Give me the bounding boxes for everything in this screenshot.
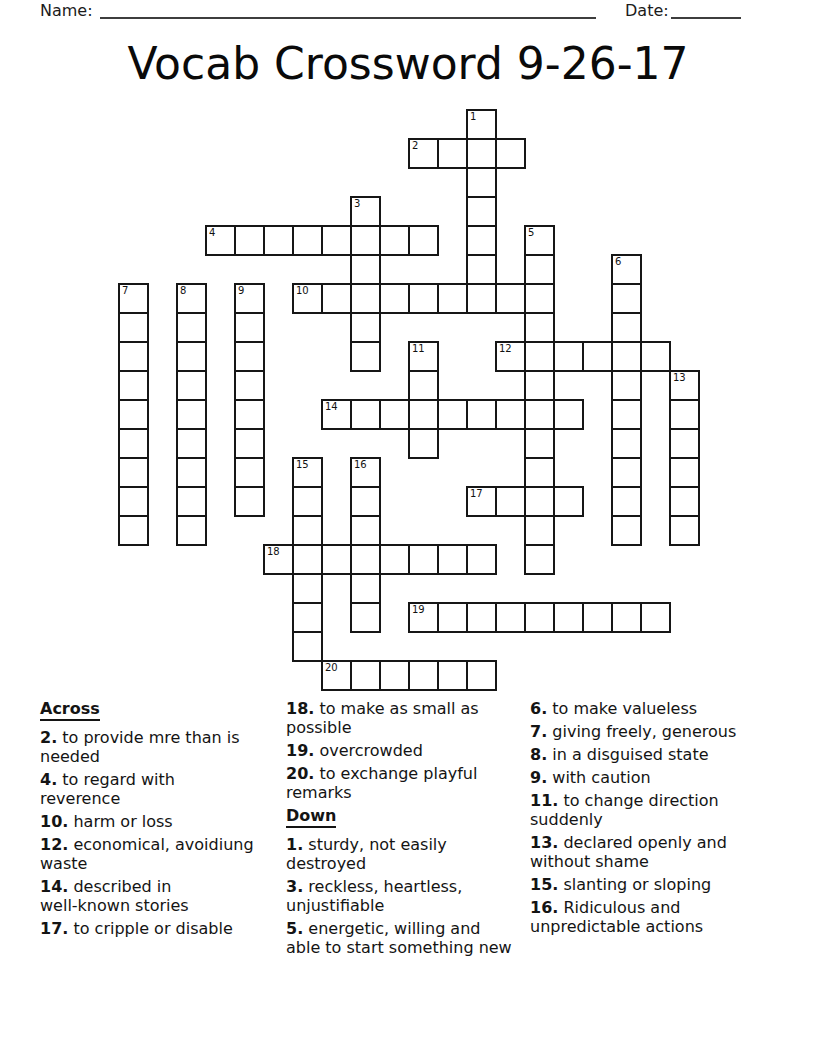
grid-cell-r17c17[interactable] (611, 602, 642, 633)
clue-number: 7. (530, 722, 547, 741)
grid-cell-r10c13[interactable] (495, 399, 526, 430)
clue-down-9: 9. with caution (530, 768, 770, 787)
grid-cell-r15c14[interactable] (524, 544, 555, 575)
grid-cell-r9c10[interactable] (408, 370, 439, 401)
cell-number: 18 (267, 546, 280, 557)
cell-number: 1 (470, 111, 476, 122)
grid-cell-r13c15[interactable] (553, 486, 584, 517)
grid-cell-r17c16[interactable] (582, 602, 613, 633)
grid-cell-r3c12[interactable] (466, 196, 497, 227)
clue-column-3: 6. to make valueless7. giving freely, ge… (530, 699, 770, 940)
cell-number: 9 (238, 285, 244, 296)
grid-cell-r8c15[interactable] (553, 341, 584, 372)
grid-cell-r7c14[interactable] (524, 312, 555, 343)
grid-cell-r4c10[interactable] (408, 225, 439, 256)
cell-number: 6 (615, 256, 621, 267)
cell-number: 20 (325, 662, 338, 673)
grid-cell-r6c4[interactable]: 9 (234, 283, 265, 314)
grid-cell-r11c19[interactable] (669, 428, 700, 459)
grid-cell-r10c12[interactable] (466, 399, 497, 430)
clue-number: 9. (530, 768, 547, 787)
grid-cell-r13c4[interactable] (234, 486, 265, 517)
grid-cell-r12c17[interactable] (611, 457, 642, 488)
grid-cell-r12c14[interactable] (524, 457, 555, 488)
grid-cell-r8c18[interactable] (640, 341, 671, 372)
grid-cell-r17c12[interactable] (466, 602, 497, 633)
grid-cell-r4c3[interactable]: 4 (205, 225, 236, 256)
grid-cell-r4c8[interactable] (350, 225, 381, 256)
grid-cell-r11c10[interactable] (408, 428, 439, 459)
clue-number: 17. (40, 919, 68, 938)
grid-cell-r4c5[interactable] (263, 225, 294, 256)
grid-cell-r8c17[interactable] (611, 341, 642, 372)
grid-cell-r6c14[interactable] (524, 283, 555, 314)
clue-down-3: 3. reckless, heartless, unjustifiable (286, 877, 514, 915)
grid-cell-r9c4[interactable] (234, 370, 265, 401)
grid-cell-r4c9[interactable] (379, 225, 410, 256)
grid-cell-r5c17[interactable]: 6 (611, 254, 642, 285)
grid-cell-r14c8[interactable] (350, 515, 381, 546)
grid-cell-r2c12[interactable] (466, 167, 497, 198)
grid-cell-r19c12[interactable] (466, 660, 497, 691)
grid-cell-r13c6[interactable] (292, 486, 323, 517)
grid-cell-r15c5[interactable]: 18 (263, 544, 294, 575)
cell-number: 5 (528, 227, 534, 238)
clue-number: 2. (40, 728, 57, 747)
grid-cell-r6c9[interactable] (379, 283, 410, 314)
grid-cell-r13c19[interactable] (669, 486, 700, 517)
clue-across-10: 10. harm or loss (40, 812, 255, 831)
grid-cell-r17c18[interactable] (640, 602, 671, 633)
grid-cell-r12c19[interactable] (669, 457, 700, 488)
date-label: Date: (625, 1, 669, 20)
clue-number: 6. (530, 699, 547, 718)
cell-number: 11 (412, 343, 425, 354)
grid-cell-r13c14[interactable] (524, 486, 555, 517)
grid-cell-r14c0[interactable] (118, 515, 149, 546)
grid-cell-r11c4[interactable] (234, 428, 265, 459)
grid-cell-r10c2[interactable] (176, 399, 207, 430)
grid-cell-r6c2[interactable]: 8 (176, 283, 207, 314)
grid-cell-r14c17[interactable] (611, 515, 642, 546)
grid-cell-r7c0[interactable] (118, 312, 149, 343)
grid-cell-r15c11[interactable] (437, 544, 468, 575)
grid-cell-r13c13[interactable] (495, 486, 526, 517)
clue-down-1: 1. sturdy, not easily destroyed (286, 835, 514, 873)
grid-cell-r17c8[interactable] (350, 602, 381, 633)
grid-cell-r14c2[interactable] (176, 515, 207, 546)
grid-cell-r7c8[interactable] (350, 312, 381, 343)
clue-down-13: 13. declared openly and without shame (530, 833, 770, 871)
clue-number: 20. (286, 764, 314, 783)
grid-cell-r8c13[interactable]: 12 (495, 341, 526, 372)
name-label: Name: (40, 1, 93, 20)
grid-cell-r10c11[interactable] (437, 399, 468, 430)
grid-cell-r13c8[interactable] (350, 486, 381, 517)
grid-cell-r6c10[interactable] (408, 283, 439, 314)
grid-cell-r16c8[interactable] (350, 573, 381, 604)
clue-number: 13. (530, 833, 558, 852)
grid-cell-r10c8[interactable] (350, 399, 381, 430)
grid-cell-r15c9[interactable] (379, 544, 410, 575)
grid-cell-r9c19[interactable]: 13 (669, 370, 700, 401)
grid-cell-r10c17[interactable] (611, 399, 642, 430)
grid-cell-r11c17[interactable] (611, 428, 642, 459)
grid-cell-r14c14[interactable] (524, 515, 555, 546)
cell-number: 12 (499, 343, 512, 354)
grid-cell-r17c10[interactable]: 19 (408, 602, 439, 633)
cell-number: 2 (412, 140, 418, 151)
clue-down-16: 16. Ridiculous and unpredictable actions (530, 898, 770, 936)
grid-cell-r17c13[interactable] (495, 602, 526, 633)
grid-cell-r9c2[interactable] (176, 370, 207, 401)
grid-cell-r13c12[interactable]: 17 (466, 486, 497, 517)
clue-number: 15. (530, 875, 558, 894)
clue-across-19: 19. overcrowded (286, 741, 514, 760)
cell-number: 8 (180, 285, 186, 296)
clue-number: 11. (530, 791, 558, 810)
grid-cell-r10c15[interactable] (553, 399, 584, 430)
grid-cell-r4c7[interactable] (321, 225, 352, 256)
grid-cell-r4c12[interactable] (466, 225, 497, 256)
grid-cell-r11c0[interactable] (118, 428, 149, 459)
grid-cell-r17c11[interactable] (437, 602, 468, 633)
grid-cell-r4c4[interactable] (234, 225, 265, 256)
section-header-across: Across (40, 699, 100, 721)
clue-across-2: 2. to provide mre than is needed (40, 728, 255, 766)
clue-number: 12. (40, 835, 68, 854)
grid-cell-r19c7[interactable]: 20 (321, 660, 352, 691)
grid-cell-r5c14[interactable] (524, 254, 555, 285)
grid-cell-r8c16[interactable] (582, 341, 613, 372)
grid-cell-r5c8[interactable] (350, 254, 381, 285)
clue-across-14: 14. described in well‑known stories (40, 877, 255, 915)
grid-cell-r10c4[interactable] (234, 399, 265, 430)
grid-cell-r7c4[interactable] (234, 312, 265, 343)
clue-number: 1. (286, 835, 303, 854)
grid-cell-r10c10[interactable] (408, 399, 439, 430)
grid-cell-r17c14[interactable] (524, 602, 555, 633)
clue-number: 5. (286, 919, 303, 938)
clue-number: 10. (40, 812, 68, 831)
cell-number: 16 (354, 459, 367, 470)
grid-cell-r10c14[interactable] (524, 399, 555, 430)
grid-cell-r3c8[interactable]: 3 (350, 196, 381, 227)
grid-cell-r7c2[interactable] (176, 312, 207, 343)
grid-cell-r19c9[interactable] (379, 660, 410, 691)
grid-cell-r6c17[interactable] (611, 283, 642, 314)
clue-across-17: 17. to cripple or disable (40, 919, 255, 938)
grid-cell-r12c0[interactable] (118, 457, 149, 488)
grid-cell-r17c6[interactable] (292, 602, 323, 633)
grid-cell-r15c8[interactable] (350, 544, 381, 575)
grid-cell-r6c12[interactable] (466, 283, 497, 314)
grid-cell-r12c2[interactable] (176, 457, 207, 488)
clue-down-5: 5. energetic, willing and able to start … (286, 919, 514, 957)
clue-number: 18. (286, 699, 314, 718)
grid-cell-r1c12[interactable] (466, 138, 497, 169)
grid-cell-r5c12[interactable] (466, 254, 497, 285)
grid-cell-r13c17[interactable] (611, 486, 642, 517)
grid-cell-r1c10[interactable]: 2 (408, 138, 439, 169)
clue-down-11: 11. to change direction suddenly (530, 791, 770, 829)
grid-cell-r6c7[interactable] (321, 283, 352, 314)
cell-number: 13 (673, 372, 686, 383)
grid-cell-r14c19[interactable] (669, 515, 700, 546)
clue-down-6: 6. to make valueless (530, 699, 770, 718)
grid-cell-r9c17[interactable] (611, 370, 642, 401)
date-input-line[interactable] (671, 2, 741, 19)
grid-cell-r13c2[interactable] (176, 486, 207, 517)
cell-number: 3 (354, 198, 360, 209)
grid-cell-r12c6[interactable]: 15 (292, 457, 323, 488)
grid-cell-r0c12[interactable]: 1 (466, 109, 497, 140)
clue-down-7: 7. giving freely, generous (530, 722, 770, 741)
grid-cell-r8c10[interactable]: 11 (408, 341, 439, 372)
grid-cell-r14c6[interactable] (292, 515, 323, 546)
grid-cell-r13c0[interactable] (118, 486, 149, 517)
cell-number: 17 (470, 488, 483, 499)
cell-number: 10 (296, 285, 309, 296)
section-header-down: Down (286, 806, 336, 828)
clue-down-15: 15. slanting or sloping (530, 875, 770, 894)
grid-cell-r15c10[interactable] (408, 544, 439, 575)
clue-number: 14. (40, 877, 68, 896)
clue-across-18: 18. to make as small as possible (286, 699, 514, 737)
grid-cell-r1c13[interactable] (495, 138, 526, 169)
clue-number: 19. (286, 741, 314, 760)
grid-cell-r4c14[interactable]: 5 (524, 225, 555, 256)
clue-across-12: 12. economical, avoidiung waste (40, 835, 255, 873)
cell-number: 4 (209, 227, 215, 238)
cell-number: 7 (122, 285, 128, 296)
clue-number: 16. (530, 898, 558, 917)
clue-number: 4. (40, 770, 57, 789)
grid-cell-r11c2[interactable] (176, 428, 207, 459)
grid-cell-r6c11[interactable] (437, 283, 468, 314)
page-title: Vocab Crossword 9-26-17 (0, 38, 816, 90)
grid-cell-r8c0[interactable] (118, 341, 149, 372)
grid-cell-r10c19[interactable] (669, 399, 700, 430)
grid-cell-r6c13[interactable] (495, 283, 526, 314)
grid-cell-r15c7[interactable] (321, 544, 352, 575)
grid-cell-r8c2[interactable] (176, 341, 207, 372)
grid-cell-r12c8[interactable]: 16 (350, 457, 381, 488)
grid-cell-r8c4[interactable] (234, 341, 265, 372)
clue-number: 3. (286, 877, 303, 896)
grid-cell-r4c6[interactable] (292, 225, 323, 256)
grid-cell-r18c6[interactable] (292, 631, 323, 662)
clue-down-8: 8. in a disguised state (530, 745, 770, 764)
name-input-line[interactable] (100, 2, 596, 19)
grid-cell-r10c9[interactable] (379, 399, 410, 430)
clue-across-20: 20. to exchange playful remarks (286, 764, 514, 802)
grid-cell-r9c0[interactable] (118, 370, 149, 401)
grid-cell-r6c0[interactable]: 7 (118, 283, 149, 314)
grid-cell-r1c11[interactable] (437, 138, 468, 169)
clue-across-4: 4. to regard with reverence (40, 770, 255, 808)
grid-cell-r15c12[interactable] (466, 544, 497, 575)
grid-cell-r6c6[interactable]: 10 (292, 283, 323, 314)
cell-number: 15 (296, 459, 309, 470)
grid-cell-r9c14[interactable] (524, 370, 555, 401)
clue-column-2: 18. to make as small as possible19. over… (286, 699, 514, 961)
grid-cell-r6c8[interactable] (350, 283, 381, 314)
cell-number: 14 (325, 401, 338, 412)
grid-cell-r19c8[interactable] (350, 660, 381, 691)
grid-cell-r11c14[interactable] (524, 428, 555, 459)
grid-cell-r10c0[interactable] (118, 399, 149, 430)
grid-cell-r19c11[interactable] (437, 660, 468, 691)
cell-number: 19 (412, 604, 425, 615)
grid-cell-r10c7[interactable]: 14 (321, 399, 352, 430)
grid-cell-r8c8[interactable] (350, 341, 381, 372)
grid-cell-r15c6[interactable] (292, 544, 323, 575)
grid-cell-r19c10[interactable] (408, 660, 439, 691)
grid-cell-r16c6[interactable] (292, 573, 323, 604)
clue-number: 8. (530, 745, 547, 764)
clue-column-1: Across2. to provide mre than is needed4.… (40, 699, 255, 942)
grid-cell-r8c14[interactable] (524, 341, 555, 372)
grid-cell-r7c17[interactable] (611, 312, 642, 343)
grid-cell-r12c4[interactable] (234, 457, 265, 488)
grid-cell-r17c15[interactable] (553, 602, 584, 633)
